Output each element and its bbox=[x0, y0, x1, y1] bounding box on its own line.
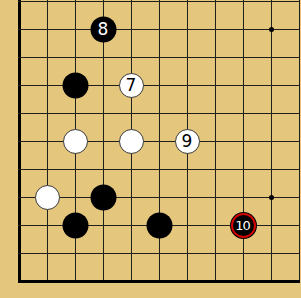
move-number-label: 9 bbox=[182, 133, 193, 150]
grid-line-horizontal bbox=[18, 197, 301, 198]
stone-black-c3 bbox=[63, 213, 88, 238]
board-bottom-edge-line bbox=[18, 280, 301, 283]
stone-white-e8: 7 bbox=[119, 73, 144, 98]
move-number-label: 7 bbox=[126, 77, 137, 94]
grid-line-horizontal bbox=[18, 1, 301, 2]
star-point-k4 bbox=[269, 195, 274, 200]
stone-black-j3-last-move: 10 bbox=[231, 213, 256, 238]
stone-white-c6 bbox=[63, 129, 88, 154]
stone-white-e6 bbox=[119, 129, 144, 154]
move-number-label: 10 bbox=[235, 219, 250, 232]
grid-line-horizontal bbox=[18, 29, 301, 30]
go-board[interactable]: 87910 bbox=[0, 0, 300, 298]
stone-black-d10: 8 bbox=[91, 17, 116, 42]
stone-black-d4 bbox=[91, 185, 116, 210]
star-point-k10 bbox=[269, 27, 274, 32]
grid-line-horizontal bbox=[18, 113, 301, 114]
stone-white-b4 bbox=[35, 185, 60, 210]
grid-line-horizontal bbox=[18, 85, 301, 86]
move-number-label: 8 bbox=[98, 21, 109, 38]
grid-line-horizontal bbox=[18, 169, 301, 170]
stone-black-f3 bbox=[147, 213, 172, 238]
grid-line-horizontal bbox=[18, 57, 301, 58]
stone-black-c8 bbox=[63, 73, 88, 98]
grid-line-horizontal bbox=[18, 253, 301, 254]
stone-white-g6: 9 bbox=[175, 129, 200, 154]
grid-line-horizontal bbox=[18, 141, 301, 142]
